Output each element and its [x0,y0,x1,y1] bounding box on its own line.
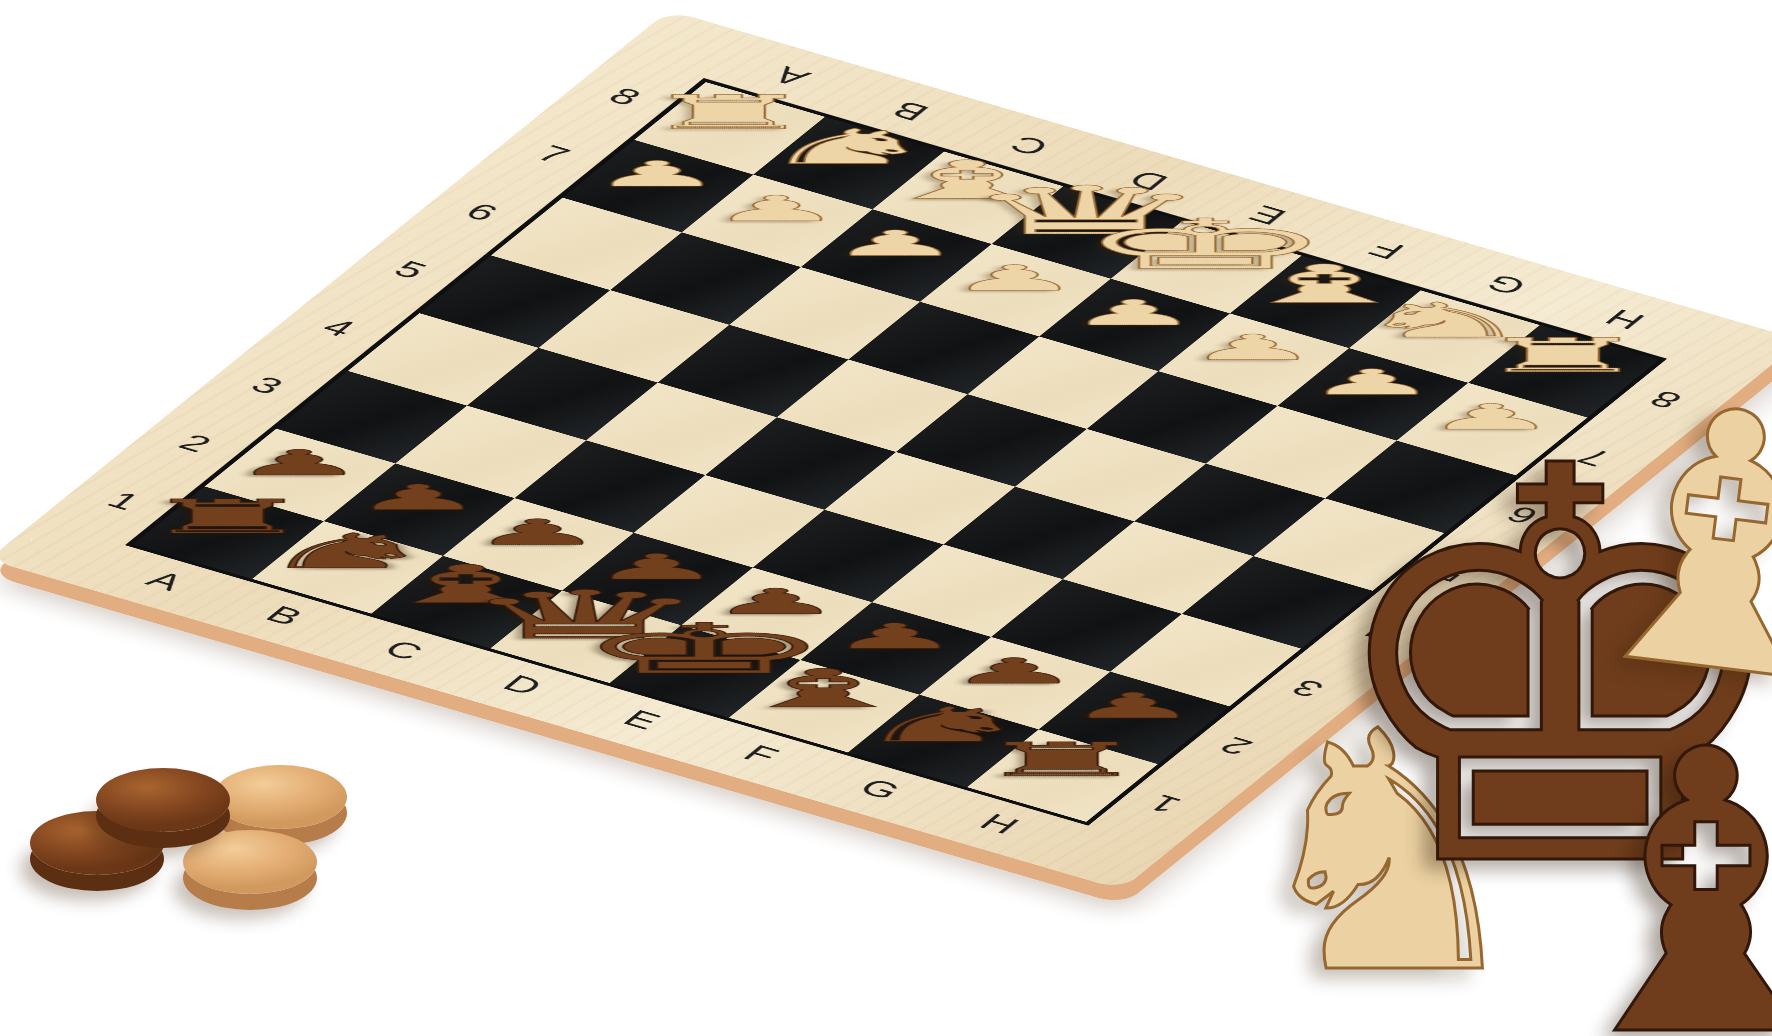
product-photo-scene: 88AA77BB66CC55DD44EE33FF22GG11HH ♜♞♝♛♚♝♞… [0,0,1772,1036]
light-checker-disc-1[interactable] [213,765,347,829]
light-checker-disc-2[interactable] [183,830,317,894]
dark-checker-disc-4[interactable] [96,768,230,832]
